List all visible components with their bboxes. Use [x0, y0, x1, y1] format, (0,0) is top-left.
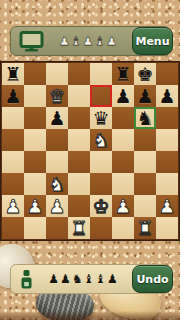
square-g1[interactable]: ♜ — [134, 217, 156, 239]
square-b7[interactable] — [24, 85, 46, 107]
square-f5[interactable] — [112, 129, 134, 151]
black-piece: ♛ — [90, 107, 112, 129]
square-a7[interactable]: ♟ — [2, 85, 24, 107]
square-d6[interactable] — [68, 107, 90, 129]
white-piece: ♞ — [90, 129, 112, 151]
computer-player-bar: ♟♝♟♝♟ Menu — [10, 26, 170, 56]
black-piece: ♞ — [134, 107, 156, 129]
square-g5[interactable] — [134, 129, 156, 151]
square-h8[interactable] — [156, 63, 178, 85]
captured-black-piece: ♟ — [107, 273, 118, 286]
square-e6[interactable]: ♛ — [90, 107, 112, 129]
monitor-icon — [19, 31, 44, 52]
square-b4[interactable] — [24, 151, 46, 173]
computer-captured-tray: ♟♝♟♝♟ — [44, 35, 132, 48]
captured-white-piece: ♟ — [83, 35, 94, 48]
square-h3[interactable] — [156, 173, 178, 195]
black-piece: ♟ — [156, 85, 178, 107]
square-f7[interactable]: ♟ — [112, 85, 134, 107]
square-c3[interactable]: ♞ — [46, 173, 68, 195]
square-e8[interactable] — [90, 63, 112, 85]
square-f6[interactable] — [112, 107, 134, 129]
square-c2[interactable]: ♟ — [46, 195, 68, 217]
square-c1[interactable] — [46, 217, 68, 239]
white-piece: ♟ — [46, 195, 68, 217]
white-piece: ♟ — [24, 195, 46, 217]
square-a4[interactable] — [2, 151, 24, 173]
square-a5[interactable] — [2, 129, 24, 151]
square-b2[interactable]: ♟ — [24, 195, 46, 217]
square-c6[interactable]: ♟ — [46, 107, 68, 129]
square-d3[interactable] — [68, 173, 90, 195]
captured-black-piece: ♞ — [72, 273, 83, 286]
captured-white-piece: ♟ — [106, 35, 117, 48]
white-piece: ♟ — [156, 195, 178, 217]
white-piece: ♜ — [68, 217, 90, 239]
square-g4[interactable] — [134, 151, 156, 173]
white-piece: ♞ — [46, 173, 68, 195]
captured-white-piece: ♝ — [94, 35, 105, 48]
chess-board: ♜♜♚♟♛♟♟♟♟♛♞♞♞♟♟♟♚♟♟♜♜ — [2, 63, 178, 239]
captured-black-piece: ♝ — [95, 273, 106, 286]
square-f1[interactable] — [112, 217, 134, 239]
square-c5[interactable] — [46, 129, 68, 151]
square-c8[interactable] — [46, 63, 68, 85]
white-piece: ♜ — [134, 217, 156, 239]
square-h6[interactable] — [156, 107, 178, 129]
square-d2[interactable] — [68, 195, 90, 217]
square-f4[interactable] — [112, 151, 134, 173]
human-player-bar: ♟♟♞♝♝♟ Undo — [10, 264, 170, 294]
square-c4[interactable] — [46, 151, 68, 173]
bottom-shadow — [0, 311, 180, 320]
black-piece: ♜ — [112, 63, 134, 85]
white-piece: ♚ — [90, 195, 112, 217]
square-b5[interactable] — [24, 129, 46, 151]
square-h1[interactable] — [156, 217, 178, 239]
captured-white-piece: ♝ — [71, 35, 82, 48]
square-d7[interactable] — [68, 85, 90, 107]
square-g8[interactable]: ♚ — [134, 63, 156, 85]
captured-black-piece: ♟ — [60, 273, 71, 286]
square-d5[interactable] — [68, 129, 90, 151]
square-b6[interactable] — [24, 107, 46, 129]
captured-black-piece: ♝ — [84, 273, 95, 286]
square-b1[interactable] — [24, 217, 46, 239]
square-c7[interactable]: ♛ — [46, 85, 68, 107]
square-a3[interactable] — [2, 173, 24, 195]
black-piece: ♜ — [2, 63, 24, 85]
square-a2[interactable]: ♟ — [2, 195, 24, 217]
board-frame: ♜♜♚♟♛♟♟♟♟♛♞♞♞♟♟♟♚♟♟♜♜ — [0, 61, 180, 241]
menu-button[interactable]: Menu — [132, 27, 173, 55]
square-f2[interactable]: ♟ — [112, 195, 134, 217]
white-piece: ♟ — [112, 195, 134, 217]
black-piece: ♟ — [112, 85, 134, 107]
square-a8[interactable]: ♜ — [2, 63, 24, 85]
black-piece: ♟ — [46, 107, 68, 129]
black-piece: ♟ — [2, 85, 24, 107]
square-h2[interactable]: ♟ — [156, 195, 178, 217]
square-a1[interactable] — [2, 217, 24, 239]
square-f3[interactable] — [112, 173, 134, 195]
square-e7[interactable] — [90, 85, 112, 107]
square-b8[interactable] — [24, 63, 46, 85]
player-captured-tray: ♟♟♞♝♝♟ — [34, 273, 132, 286]
square-g6[interactable]: ♞ — [134, 107, 156, 129]
square-f8[interactable]: ♜ — [112, 63, 134, 85]
square-e1[interactable] — [90, 217, 112, 239]
square-g3[interactable] — [134, 173, 156, 195]
undo-button[interactable]: Undo — [132, 265, 173, 293]
square-d1[interactable]: ♜ — [68, 217, 90, 239]
chess-app-screen: ♟♝♟♝♟ Menu ♜♜♚♟♛♟♟♟♟♛♞♞♞♟♟♟♚♟♟♜♜ ♟♟♞♝♝♟ … — [0, 0, 180, 320]
captured-black-piece: ♟ — [48, 273, 59, 286]
square-d4[interactable] — [68, 151, 90, 173]
square-h7[interactable]: ♟ — [156, 85, 178, 107]
square-g2[interactable] — [134, 195, 156, 217]
square-e2[interactable]: ♚ — [90, 195, 112, 217]
person-icon — [19, 269, 34, 290]
captured-white-piece: ♟ — [59, 35, 70, 48]
black-piece: ♚ — [134, 63, 156, 85]
square-e5[interactable]: ♞ — [90, 129, 112, 151]
square-a6[interactable] — [2, 107, 24, 129]
square-e3[interactable] — [90, 173, 112, 195]
square-h5[interactable] — [156, 129, 178, 151]
square-d8[interactable] — [68, 63, 90, 85]
white-piece: ♛ — [46, 85, 68, 107]
square-h4[interactable] — [156, 151, 178, 173]
black-piece: ♟ — [134, 85, 156, 107]
square-e4[interactable] — [90, 151, 112, 173]
square-g7[interactable]: ♟ — [134, 85, 156, 107]
square-b3[interactable] — [24, 173, 46, 195]
white-piece: ♟ — [2, 195, 24, 217]
